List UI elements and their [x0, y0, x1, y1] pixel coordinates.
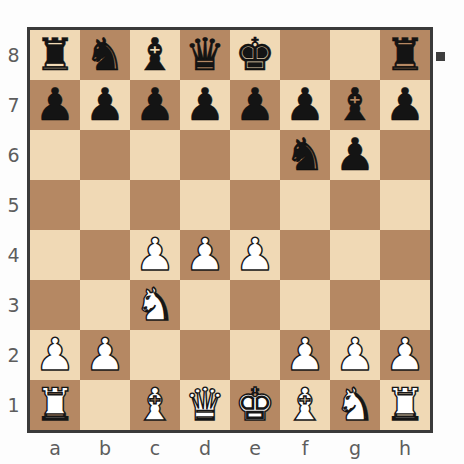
rank-labels: 87654321 — [0, 30, 27, 430]
white-rook[interactable]: ♜ — [385, 380, 425, 430]
square-h3[interactable] — [380, 280, 430, 330]
square-e2[interactable] — [230, 330, 280, 380]
white-pawn[interactable]: ♟ — [35, 330, 75, 380]
white-rook[interactable]: ♜ — [35, 380, 75, 430]
white-pawn[interactable]: ♟ — [185, 230, 225, 280]
white-bishop[interactable]: ♝ — [285, 380, 325, 430]
square-f1[interactable]: ♝ — [280, 380, 330, 430]
square-f6[interactable]: ♞ — [280, 130, 330, 180]
rank-label-3: 3 — [0, 280, 27, 330]
black-rook[interactable]: ♜ — [385, 30, 425, 80]
black-pawn[interactable]: ♟ — [235, 80, 275, 130]
file-label-f: f — [280, 436, 330, 462]
square-c3[interactable]: ♞ — [130, 280, 180, 330]
rank-label-4: 4 — [0, 230, 27, 280]
black-bishop[interactable]: ♝ — [335, 80, 375, 130]
black-bishop[interactable]: ♝ — [135, 30, 175, 80]
black-queen[interactable]: ♛ — [185, 30, 225, 80]
square-e5[interactable] — [230, 180, 280, 230]
square-f7[interactable]: ♟ — [280, 80, 330, 130]
white-bishop[interactable]: ♝ — [135, 380, 175, 430]
chess-board-app: 87654321 ♜♞♝♛♚♜♟♟♟♟♟♟♝♟♞♟♟♟♟♞♟♟♟♟♟♜♝♛♚♝♞… — [0, 0, 464, 464]
white-queen[interactable]: ♛ — [185, 380, 225, 430]
square-g2[interactable]: ♟ — [330, 330, 380, 380]
square-e3[interactable] — [230, 280, 280, 330]
square-d8[interactable]: ♛ — [180, 30, 230, 80]
square-d7[interactable]: ♟ — [180, 80, 230, 130]
square-b7[interactable]: ♟ — [80, 80, 130, 130]
square-a2[interactable]: ♟ — [30, 330, 80, 380]
square-c7[interactable]: ♟ — [130, 80, 180, 130]
file-label-h: h — [380, 436, 430, 462]
square-c1[interactable]: ♝ — [130, 380, 180, 430]
file-label-a: a — [30, 436, 80, 462]
square-h6[interactable] — [380, 130, 430, 180]
chess-board: ♜♞♝♛♚♜♟♟♟♟♟♟♝♟♞♟♟♟♟♞♟♟♟♟♟♜♝♛♚♝♞♜ — [30, 30, 430, 430]
black-king[interactable]: ♚ — [235, 30, 275, 80]
square-c4[interactable]: ♟ — [130, 230, 180, 280]
square-h1[interactable]: ♜ — [380, 380, 430, 430]
square-d1[interactable]: ♛ — [180, 380, 230, 430]
square-a4[interactable] — [30, 230, 80, 280]
square-e8[interactable]: ♚ — [230, 30, 280, 80]
square-a5[interactable] — [30, 180, 80, 230]
square-g7[interactable]: ♝ — [330, 80, 380, 130]
rank-label-6: 6 — [0, 130, 27, 180]
black-pawn[interactable]: ♟ — [85, 80, 125, 130]
rank-label-5: 5 — [0, 180, 27, 230]
square-c6[interactable] — [130, 130, 180, 180]
black-to-move-indicator — [436, 52, 445, 61]
square-a7[interactable]: ♟ — [30, 80, 80, 130]
square-h8[interactable]: ♜ — [380, 30, 430, 80]
square-e7[interactable]: ♟ — [230, 80, 280, 130]
white-pawn[interactable]: ♟ — [285, 330, 325, 380]
file-label-d: d — [180, 436, 230, 462]
square-b1[interactable] — [80, 380, 130, 430]
white-pawn[interactable]: ♟ — [385, 330, 425, 380]
square-b8[interactable]: ♞ — [80, 30, 130, 80]
square-d2[interactable] — [180, 330, 230, 380]
square-b6[interactable] — [80, 130, 130, 180]
white-pawn[interactable]: ♟ — [85, 330, 125, 380]
rank-label-1: 1 — [0, 380, 27, 430]
white-pawn[interactable]: ♟ — [335, 330, 375, 380]
square-f2[interactable]: ♟ — [280, 330, 330, 380]
white-pawn[interactable]: ♟ — [235, 230, 275, 280]
black-pawn[interactable]: ♟ — [35, 80, 75, 130]
rank-label-8: 8 — [0, 30, 27, 80]
square-h4[interactable] — [380, 230, 430, 280]
square-g3[interactable] — [330, 280, 380, 330]
square-c2[interactable] — [130, 330, 180, 380]
white-pawn[interactable]: ♟ — [135, 230, 175, 280]
square-a8[interactable]: ♜ — [30, 30, 80, 80]
square-h5[interactable] — [380, 180, 430, 230]
rank-label-2: 2 — [0, 330, 27, 380]
square-e1[interactable]: ♚ — [230, 380, 280, 430]
square-f3[interactable] — [280, 280, 330, 330]
square-g5[interactable] — [330, 180, 380, 230]
white-knight[interactable]: ♞ — [335, 380, 375, 430]
black-pawn[interactable]: ♟ — [135, 80, 175, 130]
black-knight[interactable]: ♞ — [85, 30, 125, 80]
square-d4[interactable]: ♟ — [180, 230, 230, 280]
square-g8[interactable] — [330, 30, 380, 80]
square-f8[interactable] — [280, 30, 330, 80]
square-d5[interactable] — [180, 180, 230, 230]
square-g4[interactable] — [330, 230, 380, 280]
square-g1[interactable]: ♞ — [330, 380, 380, 430]
square-a6[interactable] — [30, 130, 80, 180]
square-c5[interactable] — [130, 180, 180, 230]
square-b3[interactable] — [80, 280, 130, 330]
square-d3[interactable] — [180, 280, 230, 330]
square-b2[interactable]: ♟ — [80, 330, 130, 380]
square-f4[interactable] — [280, 230, 330, 280]
square-f5[interactable] — [280, 180, 330, 230]
square-c8[interactable]: ♝ — [130, 30, 180, 80]
square-h7[interactable]: ♟ — [380, 80, 430, 130]
square-b4[interactable] — [80, 230, 130, 280]
black-pawn[interactable]: ♟ — [185, 80, 225, 130]
square-b5[interactable] — [80, 180, 130, 230]
file-label-g: g — [330, 436, 380, 462]
square-a1[interactable]: ♜ — [30, 380, 80, 430]
black-rook[interactable]: ♜ — [35, 30, 75, 80]
file-label-e: e — [230, 436, 280, 462]
square-g6[interactable]: ♟ — [330, 130, 380, 180]
black-pawn[interactable]: ♟ — [285, 80, 325, 130]
square-a3[interactable] — [30, 280, 80, 330]
file-label-b: b — [80, 436, 130, 462]
white-knight[interactable]: ♞ — [135, 280, 175, 330]
square-d6[interactable] — [180, 130, 230, 180]
file-label-c: c — [130, 436, 180, 462]
white-king[interactable]: ♚ — [235, 380, 275, 430]
square-e6[interactable] — [230, 130, 280, 180]
black-knight[interactable]: ♞ — [285, 130, 325, 180]
file-labels: abcdefgh — [30, 436, 430, 462]
square-e4[interactable]: ♟ — [230, 230, 280, 280]
square-h2[interactable]: ♟ — [380, 330, 430, 380]
board-frame: ♜♞♝♛♚♜♟♟♟♟♟♟♝♟♞♟♟♟♟♞♟♟♟♟♟♜♝♛♚♝♞♜ — [27, 27, 433, 433]
black-pawn[interactable]: ♟ — [335, 130, 375, 180]
black-pawn[interactable]: ♟ — [385, 80, 425, 130]
rank-label-7: 7 — [0, 80, 27, 130]
